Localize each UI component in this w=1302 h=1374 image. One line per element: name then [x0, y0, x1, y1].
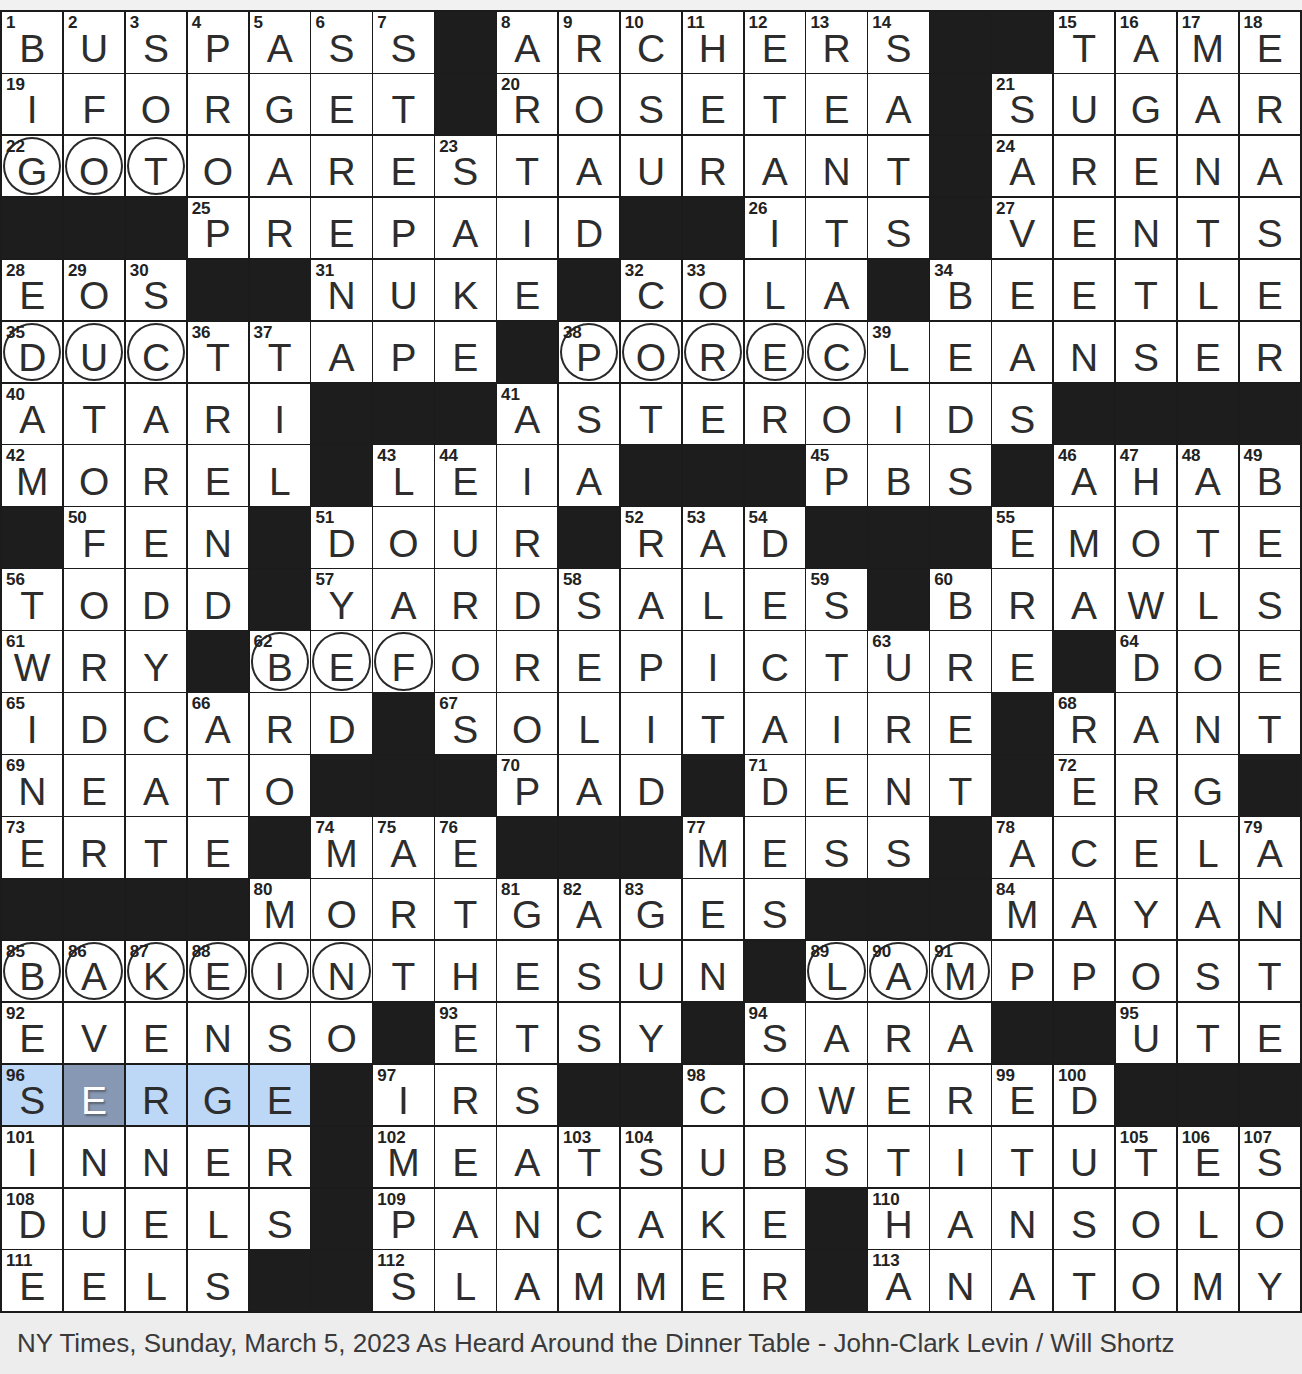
- cell-r6c4[interactable]: 36T: [188, 322, 248, 383]
- cell-r17c14[interactable]: A: [806, 1003, 866, 1064]
- cell-r10c1[interactable]: 56T: [2, 569, 62, 630]
- cell-r14c3[interactable]: T: [126, 817, 186, 878]
- cell-r19c18[interactable]: U: [1054, 1127, 1114, 1188]
- cell-r19c21[interactable]: 107S: [1240, 1127, 1300, 1188]
- cell-r2c2[interactable]: F: [64, 74, 124, 135]
- cell-r19c5[interactable]: R: [250, 1127, 310, 1188]
- cell-r5c19[interactable]: T: [1116, 260, 1176, 321]
- cell-r13c9[interactable]: 70P: [497, 755, 557, 816]
- cell-r21c15[interactable]: 113A: [868, 1250, 928, 1311]
- cell-r3c1[interactable]: 22G: [2, 136, 62, 197]
- cell-r17c9[interactable]: T: [497, 1003, 557, 1064]
- cell-r16c16[interactable]: 91M: [930, 941, 990, 1002]
- cell-r14c19[interactable]: E: [1116, 817, 1176, 878]
- cell-r8c19[interactable]: 47H: [1116, 445, 1176, 506]
- cell-r19c17[interactable]: T: [992, 1127, 1052, 1188]
- cell-r11c3[interactable]: Y: [126, 631, 186, 692]
- cell-r8c4[interactable]: E: [188, 445, 248, 506]
- cell-r10c6[interactable]: 57Y: [311, 569, 371, 630]
- cell-r7c11[interactable]: T: [621, 384, 681, 445]
- cell-r5c16[interactable]: 34B: [930, 260, 990, 321]
- cell-r2c1[interactable]: 19I: [2, 74, 62, 135]
- cell-r11c13[interactable]: C: [745, 631, 805, 692]
- cell-r15c5[interactable]: 80M: [250, 879, 310, 940]
- cell-r2c11[interactable]: S: [621, 74, 681, 135]
- cell-r12c18[interactable]: 68R: [1054, 693, 1114, 754]
- cell-r1c3[interactable]: 3S: [126, 12, 186, 73]
- cell-r3c21[interactable]: A: [1240, 136, 1300, 197]
- cell-r10c3[interactable]: D: [126, 569, 186, 630]
- cell-r12c13[interactable]: A: [745, 693, 805, 754]
- cell-r10c19[interactable]: W: [1116, 569, 1176, 630]
- cell-r12c8[interactable]: 67S: [435, 693, 495, 754]
- cell-r1c21[interactable]: 18E: [1240, 12, 1300, 73]
- cell-r13c10[interactable]: A: [559, 755, 619, 816]
- cell-r4c14[interactable]: T: [806, 198, 866, 259]
- cell-r13c19[interactable]: R: [1116, 755, 1176, 816]
- cell-r9c20[interactable]: T: [1178, 507, 1238, 568]
- cell-r5c3[interactable]: 30S: [126, 260, 186, 321]
- cell-r6c13[interactable]: E: [745, 322, 805, 383]
- cell-r16c5[interactable]: I: [250, 941, 310, 1002]
- cell-r18c15[interactable]: E: [868, 1065, 928, 1126]
- cell-r14c14[interactable]: S: [806, 817, 866, 878]
- cell-r8c16[interactable]: S: [930, 445, 990, 506]
- cell-r4c4[interactable]: 25P: [188, 198, 248, 259]
- cell-r15c17[interactable]: 84M: [992, 879, 1052, 940]
- cell-r19c13[interactable]: B: [745, 1127, 805, 1188]
- cell-r3c8[interactable]: 23S: [435, 136, 495, 197]
- cell-r15c6[interactable]: O: [311, 879, 371, 940]
- cell-r4c8[interactable]: A: [435, 198, 495, 259]
- cell-r1c6[interactable]: 6S: [311, 12, 371, 73]
- cell-r11c7[interactable]: F: [373, 631, 433, 692]
- cell-r21c20[interactable]: M: [1178, 1250, 1238, 1311]
- cell-r1c4[interactable]: 4P: [188, 12, 248, 73]
- cell-r16c18[interactable]: P: [1054, 941, 1114, 1002]
- cell-r13c20[interactable]: G: [1178, 755, 1238, 816]
- cell-r14c7[interactable]: 75A: [373, 817, 433, 878]
- cell-r2c14[interactable]: E: [806, 74, 866, 135]
- cell-r3c11[interactable]: U: [621, 136, 681, 197]
- cell-r8c7[interactable]: 43L: [373, 445, 433, 506]
- cell-r13c11[interactable]: D: [621, 755, 681, 816]
- cell-r1c2[interactable]: 2U: [64, 12, 124, 73]
- cell-r6c6[interactable]: A: [311, 322, 371, 383]
- cell-r13c5[interactable]: O: [250, 755, 310, 816]
- cell-r13c15[interactable]: N: [868, 755, 928, 816]
- cell-r20c9[interactable]: N: [497, 1189, 557, 1250]
- cell-r18c18[interactable]: 100D: [1054, 1065, 1114, 1126]
- cell-r17c10[interactable]: S: [559, 1003, 619, 1064]
- cell-r20c1[interactable]: 108D: [2, 1189, 62, 1250]
- cell-r4c19[interactable]: N: [1116, 198, 1176, 259]
- cell-r18c13[interactable]: O: [745, 1065, 805, 1126]
- cell-r16c15[interactable]: 90A: [868, 941, 928, 1002]
- cell-r9c19[interactable]: O: [1116, 507, 1176, 568]
- cell-r6c7[interactable]: P: [373, 322, 433, 383]
- cell-r17c8[interactable]: 93E: [435, 1003, 495, 1064]
- cell-r10c10[interactable]: 58S: [559, 569, 619, 630]
- cell-r20c13[interactable]: E: [745, 1189, 805, 1250]
- cell-r12c19[interactable]: A: [1116, 693, 1176, 754]
- cell-r7c15[interactable]: I: [868, 384, 928, 445]
- cell-r13c1[interactable]: 69N: [2, 755, 62, 816]
- cell-r21c10[interactable]: M: [559, 1250, 619, 1311]
- cell-r4c5[interactable]: R: [250, 198, 310, 259]
- cell-r19c4[interactable]: E: [188, 1127, 248, 1188]
- cell-r10c2[interactable]: O: [64, 569, 124, 630]
- cell-r21c11[interactable]: M: [621, 1250, 681, 1311]
- cell-r11c20[interactable]: O: [1178, 631, 1238, 692]
- cell-r6c17[interactable]: A: [992, 322, 1052, 383]
- cell-r12c20[interactable]: N: [1178, 693, 1238, 754]
- cell-r20c10[interactable]: C: [559, 1189, 619, 1250]
- cell-r2c12[interactable]: E: [683, 74, 743, 135]
- cell-r3c6[interactable]: R: [311, 136, 371, 197]
- cell-r18c4[interactable]: G: [188, 1065, 248, 1126]
- cell-r17c5[interactable]: S: [250, 1003, 310, 1064]
- cell-r8c9[interactable]: I: [497, 445, 557, 506]
- cell-r8c20[interactable]: 48A: [1178, 445, 1238, 506]
- cell-r13c13[interactable]: 71D: [745, 755, 805, 816]
- cell-r21c16[interactable]: N: [930, 1250, 990, 1311]
- cell-r5c1[interactable]: 28E: [2, 260, 62, 321]
- cell-r9c11[interactable]: 52R: [621, 507, 681, 568]
- cell-r11c5[interactable]: 62B: [250, 631, 310, 692]
- cell-r18c7[interactable]: 97I: [373, 1065, 433, 1126]
- cell-r16c4[interactable]: 88E: [188, 941, 248, 1002]
- cell-r14c13[interactable]: E: [745, 817, 805, 878]
- cell-r9c13[interactable]: 54D: [745, 507, 805, 568]
- cell-r3c12[interactable]: R: [683, 136, 743, 197]
- cell-r11c1[interactable]: 61W: [2, 631, 62, 692]
- cell-r3c7[interactable]: E: [373, 136, 433, 197]
- cell-r4c6[interactable]: E: [311, 198, 371, 259]
- cell-r9c7[interactable]: O: [373, 507, 433, 568]
- cell-r5c6[interactable]: 31N: [311, 260, 371, 321]
- cell-r6c10[interactable]: 38P: [559, 322, 619, 383]
- cell-r17c6[interactable]: O: [311, 1003, 371, 1064]
- cell-r13c4[interactable]: T: [188, 755, 248, 816]
- cell-r19c1[interactable]: 101I: [2, 1127, 62, 1188]
- cell-r21c1[interactable]: 111E: [2, 1250, 62, 1311]
- cell-r18c12[interactable]: 98C: [683, 1065, 743, 1126]
- cell-r14c1[interactable]: 73E: [2, 817, 62, 878]
- cell-r6c3[interactable]: C: [126, 322, 186, 383]
- cell-r1c7[interactable]: 7S: [373, 12, 433, 73]
- cell-r3c2[interactable]: O: [64, 136, 124, 197]
- cell-r14c2[interactable]: R: [64, 817, 124, 878]
- cell-r5c8[interactable]: K: [435, 260, 495, 321]
- cell-r21c17[interactable]: A: [992, 1250, 1052, 1311]
- cell-r1c11[interactable]: 10C: [621, 12, 681, 73]
- cell-r14c12[interactable]: 77M: [683, 817, 743, 878]
- cell-r8c3[interactable]: R: [126, 445, 186, 506]
- cell-r17c15[interactable]: R: [868, 1003, 928, 1064]
- cell-r2c21[interactable]: R: [1240, 74, 1300, 135]
- cell-r12c3[interactable]: C: [126, 693, 186, 754]
- cell-r16c11[interactable]: U: [621, 941, 681, 1002]
- cell-r19c16[interactable]: I: [930, 1127, 990, 1188]
- cell-r17c11[interactable]: Y: [621, 1003, 681, 1064]
- cell-r20c21[interactable]: O: [1240, 1189, 1300, 1250]
- cell-r18c9[interactable]: S: [497, 1065, 557, 1126]
- cell-r11c2[interactable]: R: [64, 631, 124, 692]
- cell-r7c13[interactable]: R: [745, 384, 805, 445]
- cell-r7c5[interactable]: I: [250, 384, 310, 445]
- cell-r14c20[interactable]: L: [1178, 817, 1238, 878]
- cell-r18c5[interactable]: E: [250, 1065, 310, 1126]
- cell-r15c11[interactable]: 83G: [621, 879, 681, 940]
- cell-r20c5[interactable]: S: [250, 1189, 310, 1250]
- cell-r1c19[interactable]: 16A: [1116, 12, 1176, 73]
- cell-r21c8[interactable]: L: [435, 1250, 495, 1311]
- cell-r12c1[interactable]: 65I: [2, 693, 62, 754]
- cell-r10c17[interactable]: R: [992, 569, 1052, 630]
- cell-r7c9[interactable]: 41A: [497, 384, 557, 445]
- cell-r10c4[interactable]: D: [188, 569, 248, 630]
- cell-r16c12[interactable]: N: [683, 941, 743, 1002]
- cell-r14c6[interactable]: 74M: [311, 817, 371, 878]
- cell-r6c18[interactable]: N: [1054, 322, 1114, 383]
- cell-r11c11[interactable]: P: [621, 631, 681, 692]
- cell-r5c18[interactable]: E: [1054, 260, 1114, 321]
- cell-r20c20[interactable]: L: [1178, 1189, 1238, 1250]
- cell-r4c21[interactable]: S: [1240, 198, 1300, 259]
- cell-r4c20[interactable]: T: [1178, 198, 1238, 259]
- cell-r8c1[interactable]: 42M: [2, 445, 62, 506]
- cell-r1c15[interactable]: 14S: [868, 12, 928, 73]
- cell-r14c4[interactable]: E: [188, 817, 248, 878]
- cell-r19c11[interactable]: 104S: [621, 1127, 681, 1188]
- cell-r11c8[interactable]: O: [435, 631, 495, 692]
- cell-r10c16[interactable]: 60B: [930, 569, 990, 630]
- cell-r20c7[interactable]: 109P: [373, 1189, 433, 1250]
- cell-r3c9[interactable]: T: [497, 136, 557, 197]
- cell-r16c9[interactable]: E: [497, 941, 557, 1002]
- cell-r7c2[interactable]: T: [64, 384, 124, 445]
- cell-r11c12[interactable]: I: [683, 631, 743, 692]
- cell-r12c15[interactable]: R: [868, 693, 928, 754]
- cell-r3c18[interactable]: R: [1054, 136, 1114, 197]
- cell-r20c19[interactable]: O: [1116, 1189, 1176, 1250]
- cell-r14c21[interactable]: 79A: [1240, 817, 1300, 878]
- cell-r7c1[interactable]: 40A: [2, 384, 62, 445]
- cell-r8c15[interactable]: B: [868, 445, 928, 506]
- cell-r17c3[interactable]: E: [126, 1003, 186, 1064]
- cell-r12c6[interactable]: D: [311, 693, 371, 754]
- cell-r8c8[interactable]: 44E: [435, 445, 495, 506]
- cell-r19c3[interactable]: N: [126, 1127, 186, 1188]
- cell-r17c13[interactable]: 94S: [745, 1003, 805, 1064]
- cell-r19c15[interactable]: T: [868, 1127, 928, 1188]
- cell-r19c9[interactable]: A: [497, 1127, 557, 1188]
- cell-r3c17[interactable]: 24A: [992, 136, 1052, 197]
- cell-r19c19[interactable]: 105T: [1116, 1127, 1176, 1188]
- cell-r5c21[interactable]: E: [1240, 260, 1300, 321]
- cell-r5c9[interactable]: E: [497, 260, 557, 321]
- cell-r5c13[interactable]: L: [745, 260, 805, 321]
- cell-r2c4[interactable]: R: [188, 74, 248, 135]
- cell-r9c9[interactable]: R: [497, 507, 557, 568]
- cell-r12c5[interactable]: R: [250, 693, 310, 754]
- cell-r11c21[interactable]: E: [1240, 631, 1300, 692]
- cell-r21c2[interactable]: E: [64, 1250, 124, 1311]
- cell-r8c21[interactable]: 49B: [1240, 445, 1300, 506]
- cell-r13c18[interactable]: 72E: [1054, 755, 1114, 816]
- cell-r3c15[interactable]: T: [868, 136, 928, 197]
- cell-r15c9[interactable]: 81G: [497, 879, 557, 940]
- cell-r8c18[interactable]: 46A: [1054, 445, 1114, 506]
- cell-r12c11[interactable]: I: [621, 693, 681, 754]
- cell-r20c2[interactable]: U: [64, 1189, 124, 1250]
- cell-r2c6[interactable]: E: [311, 74, 371, 135]
- cell-r21c21[interactable]: Y: [1240, 1250, 1300, 1311]
- cell-r10c12[interactable]: L: [683, 569, 743, 630]
- cell-r10c13[interactable]: E: [745, 569, 805, 630]
- cell-r11c16[interactable]: R: [930, 631, 990, 692]
- cell-r17c21[interactable]: E: [1240, 1003, 1300, 1064]
- cell-r16c2[interactable]: 86A: [64, 941, 124, 1002]
- cell-r20c4[interactable]: L: [188, 1189, 248, 1250]
- cell-r21c7[interactable]: 112S: [373, 1250, 433, 1311]
- cell-r6c21[interactable]: R: [1240, 322, 1300, 383]
- cell-r20c15[interactable]: 110H: [868, 1189, 928, 1250]
- cell-r17c4[interactable]: N: [188, 1003, 248, 1064]
- cell-r19c10[interactable]: 103T: [559, 1127, 619, 1188]
- cell-r3c5[interactable]: A: [250, 136, 310, 197]
- cell-r6c1[interactable]: 35D: [2, 322, 62, 383]
- cell-r18c14[interactable]: W: [806, 1065, 866, 1126]
- cell-r18c3[interactable]: R: [126, 1065, 186, 1126]
- cell-r18c1[interactable]: 96S: [2, 1065, 62, 1126]
- cell-r14c17[interactable]: 78A: [992, 817, 1052, 878]
- cell-r16c3[interactable]: 87K: [126, 941, 186, 1002]
- cell-r3c10[interactable]: A: [559, 136, 619, 197]
- cell-r10c14[interactable]: 59S: [806, 569, 866, 630]
- cell-r12c12[interactable]: T: [683, 693, 743, 754]
- cell-r6c19[interactable]: S: [1116, 322, 1176, 383]
- cell-r6c2[interactable]: U: [64, 322, 124, 383]
- cell-r12c4[interactable]: 66A: [188, 693, 248, 754]
- cell-r2c19[interactable]: G: [1116, 74, 1176, 135]
- cell-r15c10[interactable]: 82A: [559, 879, 619, 940]
- cell-r16c10[interactable]: S: [559, 941, 619, 1002]
- cell-r3c14[interactable]: N: [806, 136, 866, 197]
- cell-r15c7[interactable]: R: [373, 879, 433, 940]
- cell-r2c17[interactable]: 21S: [992, 74, 1052, 135]
- cell-r10c20[interactable]: L: [1178, 569, 1238, 630]
- cell-r8c10[interactable]: A: [559, 445, 619, 506]
- cell-r6c11[interactable]: O: [621, 322, 681, 383]
- cell-r19c14[interactable]: S: [806, 1127, 866, 1188]
- cell-r10c11[interactable]: A: [621, 569, 681, 630]
- cell-r14c8[interactable]: 76E: [435, 817, 495, 878]
- cell-r17c2[interactable]: V: [64, 1003, 124, 1064]
- cell-r7c14[interactable]: O: [806, 384, 866, 445]
- cell-r12c10[interactable]: L: [559, 693, 619, 754]
- cell-r12c2[interactable]: D: [64, 693, 124, 754]
- cell-r4c15[interactable]: S: [868, 198, 928, 259]
- cell-r7c4[interactable]: R: [188, 384, 248, 445]
- cell-r2c15[interactable]: A: [868, 74, 928, 135]
- cell-r11c15[interactable]: 63U: [868, 631, 928, 692]
- cell-r17c16[interactable]: A: [930, 1003, 990, 1064]
- cell-r6c5[interactable]: 37T: [250, 322, 310, 383]
- cell-r6c12[interactable]: R: [683, 322, 743, 383]
- cell-r2c7[interactable]: T: [373, 74, 433, 135]
- cell-r7c3[interactable]: A: [126, 384, 186, 445]
- cell-r1c5[interactable]: 5A: [250, 12, 310, 73]
- cell-r15c18[interactable]: A: [1054, 879, 1114, 940]
- cell-r16c21[interactable]: T: [1240, 941, 1300, 1002]
- cell-r16c1[interactable]: 85B: [2, 941, 62, 1002]
- cell-r9c2[interactable]: 50F: [64, 507, 124, 568]
- cell-r10c21[interactable]: S: [1240, 569, 1300, 630]
- cell-r6c8[interactable]: E: [435, 322, 495, 383]
- cell-r20c8[interactable]: A: [435, 1189, 495, 1250]
- cell-r13c3[interactable]: A: [126, 755, 186, 816]
- cell-r9c17[interactable]: 55E: [992, 507, 1052, 568]
- cell-r12c14[interactable]: I: [806, 693, 866, 754]
- cell-r1c18[interactable]: 15T: [1054, 12, 1114, 73]
- cell-r5c17[interactable]: E: [992, 260, 1052, 321]
- cell-r5c14[interactable]: A: [806, 260, 866, 321]
- cell-r16c17[interactable]: P: [992, 941, 1052, 1002]
- cell-r5c20[interactable]: L: [1178, 260, 1238, 321]
- cell-r6c20[interactable]: E: [1178, 322, 1238, 383]
- cell-r16c7[interactable]: T: [373, 941, 433, 1002]
- cell-r16c19[interactable]: O: [1116, 941, 1176, 1002]
- cell-r21c13[interactable]: R: [745, 1250, 805, 1311]
- cell-r14c15[interactable]: S: [868, 817, 928, 878]
- cell-r20c3[interactable]: E: [126, 1189, 186, 1250]
- cell-r11c17[interactable]: E: [992, 631, 1052, 692]
- cell-r19c8[interactable]: E: [435, 1127, 495, 1188]
- cell-r9c6[interactable]: 51D: [311, 507, 371, 568]
- cell-r12c21[interactable]: T: [1240, 693, 1300, 754]
- cell-r2c18[interactable]: U: [1054, 74, 1114, 135]
- cell-r4c13[interactable]: 26I: [745, 198, 805, 259]
- cell-r15c19[interactable]: Y: [1116, 879, 1176, 940]
- cell-r6c15[interactable]: 39L: [868, 322, 928, 383]
- cell-r15c8[interactable]: T: [435, 879, 495, 940]
- cell-r20c11[interactable]: A: [621, 1189, 681, 1250]
- cell-r9c12[interactable]: 53A: [683, 507, 743, 568]
- cell-r5c2[interactable]: 29O: [64, 260, 124, 321]
- cell-r2c13[interactable]: T: [745, 74, 805, 135]
- cell-r9c4[interactable]: N: [188, 507, 248, 568]
- cell-r6c16[interactable]: E: [930, 322, 990, 383]
- cell-r4c7[interactable]: P: [373, 198, 433, 259]
- cell-r21c12[interactable]: E: [683, 1250, 743, 1311]
- cell-r21c18[interactable]: T: [1054, 1250, 1114, 1311]
- cell-r20c18[interactable]: S: [1054, 1189, 1114, 1250]
- cell-r21c3[interactable]: L: [126, 1250, 186, 1311]
- cell-r18c16[interactable]: R: [930, 1065, 990, 1126]
- cell-r17c1[interactable]: 92E: [2, 1003, 62, 1064]
- cell-r1c10[interactable]: 9R: [559, 12, 619, 73]
- cell-r8c2[interactable]: O: [64, 445, 124, 506]
- cell-r19c7[interactable]: 102M: [373, 1127, 433, 1188]
- cell-r11c9[interactable]: R: [497, 631, 557, 692]
- cell-r11c6[interactable]: E: [311, 631, 371, 692]
- cell-r15c21[interactable]: N: [1240, 879, 1300, 940]
- cell-r16c8[interactable]: H: [435, 941, 495, 1002]
- cell-r16c6[interactable]: N: [311, 941, 371, 1002]
- cell-r7c17[interactable]: S: [992, 384, 1052, 445]
